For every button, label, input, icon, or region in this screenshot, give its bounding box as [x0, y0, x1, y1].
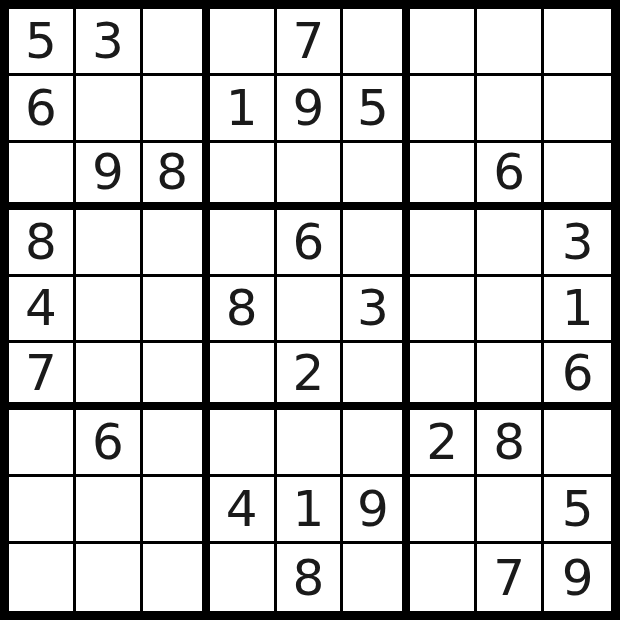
cell-r3c7[interactable] — [410, 143, 477, 210]
cell-r1c8[interactable] — [477, 9, 544, 76]
cell-r2c5: 9 — [277, 76, 344, 143]
cell-r2c6: 5 — [343, 76, 410, 143]
cell-r6c9: 6 — [544, 343, 611, 410]
cell-r4c8[interactable] — [477, 210, 544, 277]
cell-r1c7[interactable] — [410, 9, 477, 76]
cell-r3c2: 9 — [76, 143, 143, 210]
cell-r9c6[interactable] — [343, 544, 410, 611]
cell-r3c8: 6 — [477, 143, 544, 210]
cell-r1c4[interactable] — [210, 9, 277, 76]
cell-r3c1[interactable] — [9, 143, 76, 210]
cell-r5c9: 1 — [544, 277, 611, 344]
cell-r7c1[interactable] — [9, 410, 76, 477]
cell-r4c4[interactable] — [210, 210, 277, 277]
cell-r5c5[interactable] — [277, 277, 344, 344]
cell-r3c6[interactable] — [343, 143, 410, 210]
cell-r3c3: 8 — [143, 143, 210, 210]
cell-r7c3[interactable] — [143, 410, 210, 477]
cell-r4c2[interactable] — [76, 210, 143, 277]
cell-r8c9: 5 — [544, 477, 611, 544]
cell-r1c6[interactable] — [343, 9, 410, 76]
cell-r5c8[interactable] — [477, 277, 544, 344]
cell-r7c8: 8 — [477, 410, 544, 477]
cell-r2c7[interactable] — [410, 76, 477, 143]
cell-r7c2: 6 — [76, 410, 143, 477]
cell-r6c3[interactable] — [143, 343, 210, 410]
cell-r7c9[interactable] — [544, 410, 611, 477]
cell-r6c5: 2 — [277, 343, 344, 410]
cell-r8c5: 1 — [277, 477, 344, 544]
cell-r8c4: 4 — [210, 477, 277, 544]
cell-r2c2[interactable] — [76, 76, 143, 143]
cell-r9c5: 8 — [277, 544, 344, 611]
cell-r8c2[interactable] — [76, 477, 143, 544]
cell-r7c5[interactable] — [277, 410, 344, 477]
cell-r3c9[interactable] — [544, 143, 611, 210]
cell-r4c6[interactable] — [343, 210, 410, 277]
cell-r6c2[interactable] — [76, 343, 143, 410]
cell-r6c8[interactable] — [477, 343, 544, 410]
cell-r9c2[interactable] — [76, 544, 143, 611]
cell-r9c1[interactable] — [9, 544, 76, 611]
cell-r7c7: 2 — [410, 410, 477, 477]
cell-r2c8[interactable] — [477, 76, 544, 143]
cell-r6c6[interactable] — [343, 343, 410, 410]
cell-r4c9: 3 — [544, 210, 611, 277]
sudoku-page: 537619598686348317266284195879 — [0, 0, 620, 620]
cell-r1c5: 7 — [277, 9, 344, 76]
sudoku-board: 537619598686348317266284195879 — [0, 0, 620, 620]
cell-r1c9[interactable] — [544, 9, 611, 76]
cell-r4c1: 8 — [9, 210, 76, 277]
cell-r5c2[interactable] — [76, 277, 143, 344]
cell-r2c1: 6 — [9, 76, 76, 143]
cell-r9c8: 7 — [477, 544, 544, 611]
cell-r3c4[interactable] — [210, 143, 277, 210]
cell-r8c6: 9 — [343, 477, 410, 544]
cell-r1c3[interactable] — [143, 9, 210, 76]
cell-r5c7[interactable] — [410, 277, 477, 344]
cell-r8c1[interactable] — [9, 477, 76, 544]
cell-r7c6[interactable] — [343, 410, 410, 477]
cell-r9c7[interactable] — [410, 544, 477, 611]
cell-r2c9[interactable] — [544, 76, 611, 143]
cell-r2c4: 1 — [210, 76, 277, 143]
cell-r2c3[interactable] — [143, 76, 210, 143]
cell-r6c4[interactable] — [210, 343, 277, 410]
cell-r6c7[interactable] — [410, 343, 477, 410]
cell-r5c1: 4 — [9, 277, 76, 344]
cell-r4c5: 6 — [277, 210, 344, 277]
cell-r8c3[interactable] — [143, 477, 210, 544]
cell-r1c2: 3 — [76, 9, 143, 76]
cell-r6c1: 7 — [9, 343, 76, 410]
cell-r8c7[interactable] — [410, 477, 477, 544]
cell-r1c1: 5 — [9, 9, 76, 76]
cell-r5c4: 8 — [210, 277, 277, 344]
cell-r5c6: 3 — [343, 277, 410, 344]
cell-r3c5[interactable] — [277, 143, 344, 210]
cell-r9c3[interactable] — [143, 544, 210, 611]
cell-r9c9: 9 — [544, 544, 611, 611]
cell-r7c4[interactable] — [210, 410, 277, 477]
cell-r8c8[interactable] — [477, 477, 544, 544]
cell-r4c3[interactable] — [143, 210, 210, 277]
cell-r5c3[interactable] — [143, 277, 210, 344]
cell-r4c7[interactable] — [410, 210, 477, 277]
cell-r9c4[interactable] — [210, 544, 277, 611]
